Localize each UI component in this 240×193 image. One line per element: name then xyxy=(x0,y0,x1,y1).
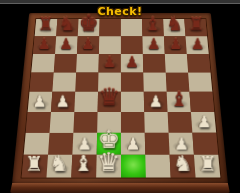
square-c4[interactable] xyxy=(74,92,98,112)
black-pawn[interactable]: ♟ xyxy=(99,55,121,70)
square-a5[interactable] xyxy=(30,73,54,92)
black-pawn[interactable]: ♟ xyxy=(77,37,99,52)
black-pawn[interactable]: ♟ xyxy=(143,37,165,52)
square-d8[interactable] xyxy=(99,19,121,36)
square-c1[interactable]: ♝ xyxy=(71,155,96,178)
square-h6[interactable] xyxy=(187,54,211,73)
white-rook[interactable]: ♜ xyxy=(22,154,47,175)
square-a4[interactable]: ♟ xyxy=(28,92,53,112)
square-f8[interactable]: ♝ xyxy=(142,19,164,36)
square-h2[interactable] xyxy=(192,133,218,155)
board-front-edge xyxy=(10,183,230,193)
square-b8[interactable]: ♞ xyxy=(56,19,78,36)
square-f7[interactable]: ♟ xyxy=(142,36,164,54)
square-g7[interactable]: ♟ xyxy=(164,36,187,54)
square-d1[interactable]: ♛ xyxy=(96,155,121,178)
square-f5[interactable] xyxy=(143,73,166,92)
black-pawn[interactable]: ♟ xyxy=(33,37,55,52)
square-g2[interactable]: ♟ xyxy=(169,133,194,155)
square-c6[interactable] xyxy=(76,54,99,73)
square-a6[interactable] xyxy=(31,54,55,73)
square-g5[interactable] xyxy=(166,73,190,92)
square-e4[interactable] xyxy=(121,92,144,112)
square-a2[interactable] xyxy=(24,133,50,155)
square-b1[interactable]: ♞ xyxy=(46,155,72,178)
check-banner: Check! xyxy=(0,5,240,18)
white-king[interactable]: ♚ xyxy=(97,127,121,152)
square-d4[interactable]: ♛ xyxy=(98,92,121,112)
black-pawn[interactable]: ♟ xyxy=(55,37,77,52)
white-pawn[interactable]: ♟ xyxy=(28,94,51,110)
square-e2[interactable]: ♟ xyxy=(121,133,145,155)
white-pawn[interactable]: ♟ xyxy=(144,94,167,110)
square-e8[interactable] xyxy=(121,19,143,36)
square-b7[interactable]: ♟ xyxy=(55,36,78,54)
square-h3[interactable]: ♟ xyxy=(191,112,216,133)
square-e6[interactable]: ♟ xyxy=(121,54,143,73)
square-d3[interactable] xyxy=(97,112,121,133)
black-rook[interactable]: ♜ xyxy=(35,16,57,34)
square-e3[interactable] xyxy=(121,112,145,133)
square-f3[interactable] xyxy=(144,112,168,133)
square-h8[interactable]: ♜ xyxy=(184,19,207,36)
square-c7[interactable]: ♟ xyxy=(77,36,99,54)
square-f4[interactable]: ♟ xyxy=(144,92,168,112)
square-c3[interactable] xyxy=(73,112,97,133)
board-frame: ♜♞♚♝♞♜♟♟♟♟♟♟♟♟♟♟♛♟♝♟♟♚♟♟♜♞♝♛♞♜ xyxy=(12,13,228,184)
square-d6[interactable]: ♟ xyxy=(98,54,120,73)
square-b3[interactable] xyxy=(50,112,75,133)
square-f2[interactable] xyxy=(145,133,170,155)
square-b5[interactable] xyxy=(52,73,76,92)
square-c2[interactable]: ♟ xyxy=(72,133,97,155)
square-a3[interactable] xyxy=(26,112,51,133)
white-pawn[interactable]: ♟ xyxy=(169,136,193,152)
square-g8[interactable]: ♞ xyxy=(163,19,185,36)
square-b2[interactable] xyxy=(48,133,73,155)
square-g4[interactable]: ♝ xyxy=(167,92,191,112)
square-e1[interactable] xyxy=(121,155,146,178)
square-d5[interactable] xyxy=(98,73,121,92)
square-g3[interactable] xyxy=(168,112,193,133)
square-e7[interactable] xyxy=(121,36,143,54)
chess-board: ♜♞♚♝♞♜♟♟♟♟♟♟♟♟♟♟♛♟♝♟♟♚♟♟♜♞♝♛♞♜ xyxy=(21,18,222,178)
square-c8[interactable]: ♚ xyxy=(78,19,100,36)
square-f1[interactable] xyxy=(145,155,170,178)
white-pawn[interactable]: ♟ xyxy=(121,136,145,152)
square-h1[interactable]: ♜ xyxy=(194,155,220,178)
square-d7[interactable] xyxy=(99,36,121,54)
square-b6[interactable] xyxy=(54,54,77,73)
square-h5[interactable] xyxy=(188,73,212,92)
square-g1[interactable]: ♞ xyxy=(170,155,196,178)
square-a8[interactable]: ♜ xyxy=(35,19,58,36)
square-a1[interactable]: ♜ xyxy=(22,155,48,178)
square-f6[interactable] xyxy=(143,54,166,73)
square-e5[interactable] xyxy=(121,73,144,92)
white-bishop[interactable]: ♝ xyxy=(71,153,96,175)
board-scene: ♜♞♚♝♞♜♟♟♟♟♟♟♟♟♟♟♛♟♝♟♟♚♟♟♜♞♝♛♞♜ xyxy=(2,12,238,193)
white-knight[interactable]: ♞ xyxy=(171,153,196,175)
square-h7[interactable]: ♟ xyxy=(186,36,209,54)
square-a7[interactable]: ♟ xyxy=(33,36,56,54)
square-g6[interactable] xyxy=(165,54,188,73)
square-d2[interactable]: ♚ xyxy=(97,133,121,155)
black-pawn[interactable]: ♟ xyxy=(165,37,187,52)
square-h4[interactable] xyxy=(189,92,214,112)
black-bishop[interactable]: ♝ xyxy=(167,89,190,109)
window-top-strip xyxy=(0,0,240,4)
square-c5[interactable] xyxy=(75,73,98,92)
black-pawn[interactable]: ♟ xyxy=(121,55,143,70)
white-knight[interactable]: ♞ xyxy=(47,153,72,175)
white-rook[interactable]: ♜ xyxy=(195,154,220,175)
black-pawn[interactable]: ♟ xyxy=(187,37,209,52)
square-b4[interactable]: ♟ xyxy=(51,92,75,112)
black-rook[interactable]: ♜ xyxy=(185,16,207,34)
white-pawn[interactable]: ♟ xyxy=(72,136,96,152)
white-pawn[interactable]: ♟ xyxy=(192,114,216,130)
white-pawn[interactable]: ♟ xyxy=(51,94,74,110)
